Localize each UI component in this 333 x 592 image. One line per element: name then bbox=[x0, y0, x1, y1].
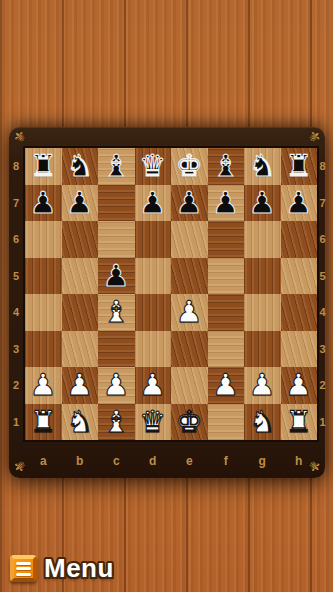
file-label-c: c bbox=[98, 454, 135, 468]
file-label-g: g bbox=[244, 454, 281, 468]
rank-labels-left: 87654321 bbox=[9, 148, 23, 440]
square-h7[interactable]: ♟ bbox=[281, 185, 318, 222]
rank-label-3: 3 bbox=[9, 331, 23, 368]
square-f7[interactable]: ♟ bbox=[208, 185, 245, 222]
square-h3[interactable] bbox=[281, 331, 318, 368]
corner-ornament-icon: ⚜ bbox=[10, 126, 30, 146]
chess-board-frame: ⚜ ⚜ ⚜ ⚜ 87654321 87654321 ♜♞♝♛♚♝♞♜♟♟♟♟♟♟… bbox=[9, 127, 325, 478]
square-f2[interactable]: ♟ bbox=[208, 367, 245, 404]
square-f5[interactable] bbox=[208, 258, 245, 295]
piece-white-pawn: ♟ bbox=[176, 294, 203, 330]
square-d2[interactable]: ♟ bbox=[135, 367, 172, 404]
square-h8[interactable]: ♜ bbox=[281, 148, 318, 185]
rank-label-2: 2 bbox=[9, 367, 23, 404]
menu-label: Menu bbox=[44, 553, 114, 584]
piece-black-rook: ♜ bbox=[285, 148, 312, 184]
piece-black-queen: ♛ bbox=[139, 148, 166, 184]
square-a8[interactable]: ♜ bbox=[25, 148, 62, 185]
piece-white-pawn: ♟ bbox=[66, 367, 93, 403]
square-h5[interactable] bbox=[281, 258, 318, 295]
piece-black-rook: ♜ bbox=[30, 148, 57, 184]
square-d4[interactable] bbox=[135, 294, 172, 331]
square-c4[interactable]: ♝ bbox=[98, 294, 135, 331]
square-d1[interactable]: ♛ bbox=[135, 404, 172, 441]
rank-label-3: 3 bbox=[319, 331, 326, 368]
piece-black-pawn: ♟ bbox=[285, 185, 312, 221]
file-label-d: d bbox=[135, 454, 172, 468]
square-a2[interactable]: ♟ bbox=[25, 367, 62, 404]
square-b7[interactable]: ♟ bbox=[62, 185, 99, 222]
rank-label-5: 5 bbox=[319, 258, 326, 295]
piece-black-pawn: ♟ bbox=[249, 185, 276, 221]
corner-ornament-icon: ⚜ bbox=[304, 126, 324, 146]
rank-label-1: 1 bbox=[319, 404, 326, 441]
square-h2[interactable]: ♟ bbox=[281, 367, 318, 404]
square-g5[interactable] bbox=[244, 258, 281, 295]
square-g1[interactable]: ♞ bbox=[244, 404, 281, 441]
square-e7[interactable]: ♟ bbox=[171, 185, 208, 222]
file-label-h: h bbox=[281, 454, 318, 468]
rank-label-1: 1 bbox=[9, 404, 23, 441]
piece-black-knight: ♞ bbox=[249, 148, 276, 184]
square-c3[interactable] bbox=[98, 331, 135, 368]
square-c2[interactable]: ♟ bbox=[98, 367, 135, 404]
rank-label-8: 8 bbox=[319, 148, 326, 185]
file-label-a: a bbox=[25, 454, 62, 468]
menu-button[interactable]: Menu bbox=[10, 553, 114, 584]
file-labels-bottom: abcdefgh bbox=[25, 444, 317, 478]
square-c8[interactable]: ♝ bbox=[98, 148, 135, 185]
file-label-e: e bbox=[171, 454, 208, 468]
square-d7[interactable]: ♟ bbox=[135, 185, 172, 222]
square-f6[interactable] bbox=[208, 221, 245, 258]
square-f8[interactable]: ♝ bbox=[208, 148, 245, 185]
piece-black-king: ♚ bbox=[176, 148, 203, 184]
square-a1[interactable]: ♜ bbox=[25, 404, 62, 441]
rank-label-6: 6 bbox=[9, 221, 23, 258]
square-g4[interactable] bbox=[244, 294, 281, 331]
rank-label-4: 4 bbox=[9, 294, 23, 331]
rank-label-7: 7 bbox=[319, 185, 326, 222]
rank-label-5: 5 bbox=[9, 258, 23, 295]
piece-black-pawn: ♟ bbox=[103, 258, 130, 294]
square-c6[interactable] bbox=[98, 221, 135, 258]
square-b3[interactable] bbox=[62, 331, 99, 368]
file-label-b: b bbox=[62, 454, 99, 468]
square-a3[interactable] bbox=[25, 331, 62, 368]
piece-black-bishop: ♝ bbox=[103, 148, 130, 184]
piece-black-bishop: ♝ bbox=[212, 148, 239, 184]
square-e2[interactable] bbox=[171, 367, 208, 404]
square-d6[interactable] bbox=[135, 221, 172, 258]
file-label-f: f bbox=[208, 454, 245, 468]
square-b2[interactable]: ♟ bbox=[62, 367, 99, 404]
rank-label-7: 7 bbox=[9, 185, 23, 222]
square-f3[interactable] bbox=[208, 331, 245, 368]
square-b4[interactable] bbox=[62, 294, 99, 331]
piece-white-bishop: ♝ bbox=[103, 404, 130, 440]
board-border: ♜♞♝♛♚♝♞♜♟♟♟♟♟♟♟♟♝♟♟♟♟♟♟♟♟♜♞♝♛♚♞♜ bbox=[23, 146, 319, 442]
piece-white-pawn: ♟ bbox=[212, 367, 239, 403]
rank-labels-right: 87654321 bbox=[319, 148, 326, 440]
square-b5[interactable] bbox=[62, 258, 99, 295]
square-e6[interactable] bbox=[171, 221, 208, 258]
square-c5[interactable]: ♟ bbox=[98, 258, 135, 295]
hamburger-menu-icon bbox=[10, 555, 37, 582]
square-b1[interactable]: ♞ bbox=[62, 404, 99, 441]
piece-white-rook: ♜ bbox=[285, 404, 312, 440]
piece-white-knight: ♞ bbox=[66, 404, 93, 440]
piece-white-king: ♚ bbox=[176, 404, 203, 440]
square-g2[interactable]: ♟ bbox=[244, 367, 281, 404]
piece-white-pawn: ♟ bbox=[103, 367, 130, 403]
square-e1[interactable]: ♚ bbox=[171, 404, 208, 441]
piece-black-pawn: ♟ bbox=[30, 185, 57, 221]
rank-label-4: 4 bbox=[319, 294, 326, 331]
square-f4[interactable] bbox=[208, 294, 245, 331]
square-d5[interactable] bbox=[135, 258, 172, 295]
piece-white-pawn: ♟ bbox=[30, 367, 57, 403]
square-b8[interactable]: ♞ bbox=[62, 148, 99, 185]
square-e8[interactable]: ♚ bbox=[171, 148, 208, 185]
piece-white-queen: ♛ bbox=[139, 404, 166, 440]
piece-white-knight: ♞ bbox=[249, 404, 276, 440]
square-e5[interactable] bbox=[171, 258, 208, 295]
piece-black-knight: ♞ bbox=[66, 148, 93, 184]
square-c1[interactable]: ♝ bbox=[98, 404, 135, 441]
square-g6[interactable] bbox=[244, 221, 281, 258]
square-e3[interactable] bbox=[171, 331, 208, 368]
square-g7[interactable]: ♟ bbox=[244, 185, 281, 222]
piece-white-pawn: ♟ bbox=[285, 367, 312, 403]
square-g3[interactable] bbox=[244, 331, 281, 368]
piece-white-rook: ♜ bbox=[30, 404, 57, 440]
piece-black-pawn: ♟ bbox=[139, 185, 166, 221]
square-h4[interactable] bbox=[281, 294, 318, 331]
square-d8[interactable]: ♛ bbox=[135, 148, 172, 185]
board: ♜♞♝♛♚♝♞♜♟♟♟♟♟♟♟♟♝♟♟♟♟♟♟♟♟♜♞♝♛♚♞♜ bbox=[25, 148, 317, 440]
square-d3[interactable] bbox=[135, 331, 172, 368]
piece-black-pawn: ♟ bbox=[176, 185, 203, 221]
piece-white-bishop: ♝ bbox=[103, 294, 130, 330]
square-c7[interactable] bbox=[98, 185, 135, 222]
square-a4[interactable] bbox=[25, 294, 62, 331]
rank-label-2: 2 bbox=[319, 367, 326, 404]
square-h6[interactable] bbox=[281, 221, 318, 258]
piece-black-pawn: ♟ bbox=[66, 185, 93, 221]
piece-white-pawn: ♟ bbox=[249, 367, 276, 403]
square-a7[interactable]: ♟ bbox=[25, 185, 62, 222]
piece-white-pawn: ♟ bbox=[139, 367, 166, 403]
rank-label-8: 8 bbox=[9, 148, 23, 185]
square-h1[interactable]: ♜ bbox=[281, 404, 318, 441]
square-a5[interactable] bbox=[25, 258, 62, 295]
square-e4[interactable]: ♟ bbox=[171, 294, 208, 331]
square-a6[interactable] bbox=[25, 221, 62, 258]
piece-black-pawn: ♟ bbox=[212, 185, 239, 221]
square-g8[interactable]: ♞ bbox=[244, 148, 281, 185]
square-f1[interactable] bbox=[208, 404, 245, 441]
square-b6[interactable] bbox=[62, 221, 99, 258]
rank-label-6: 6 bbox=[319, 221, 326, 258]
